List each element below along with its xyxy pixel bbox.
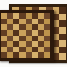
front-chessboard (0, 10, 54, 61)
front-chessboard-grid (1, 13, 50, 58)
square (59, 14, 66, 21)
square (59, 20, 66, 27)
square (59, 47, 66, 54)
square (44, 52, 50, 58)
square (59, 34, 66, 41)
square (59, 40, 66, 47)
chessboards-photo (0, 0, 67, 67)
square (59, 53, 66, 60)
square (59, 7, 66, 14)
square (59, 27, 66, 34)
